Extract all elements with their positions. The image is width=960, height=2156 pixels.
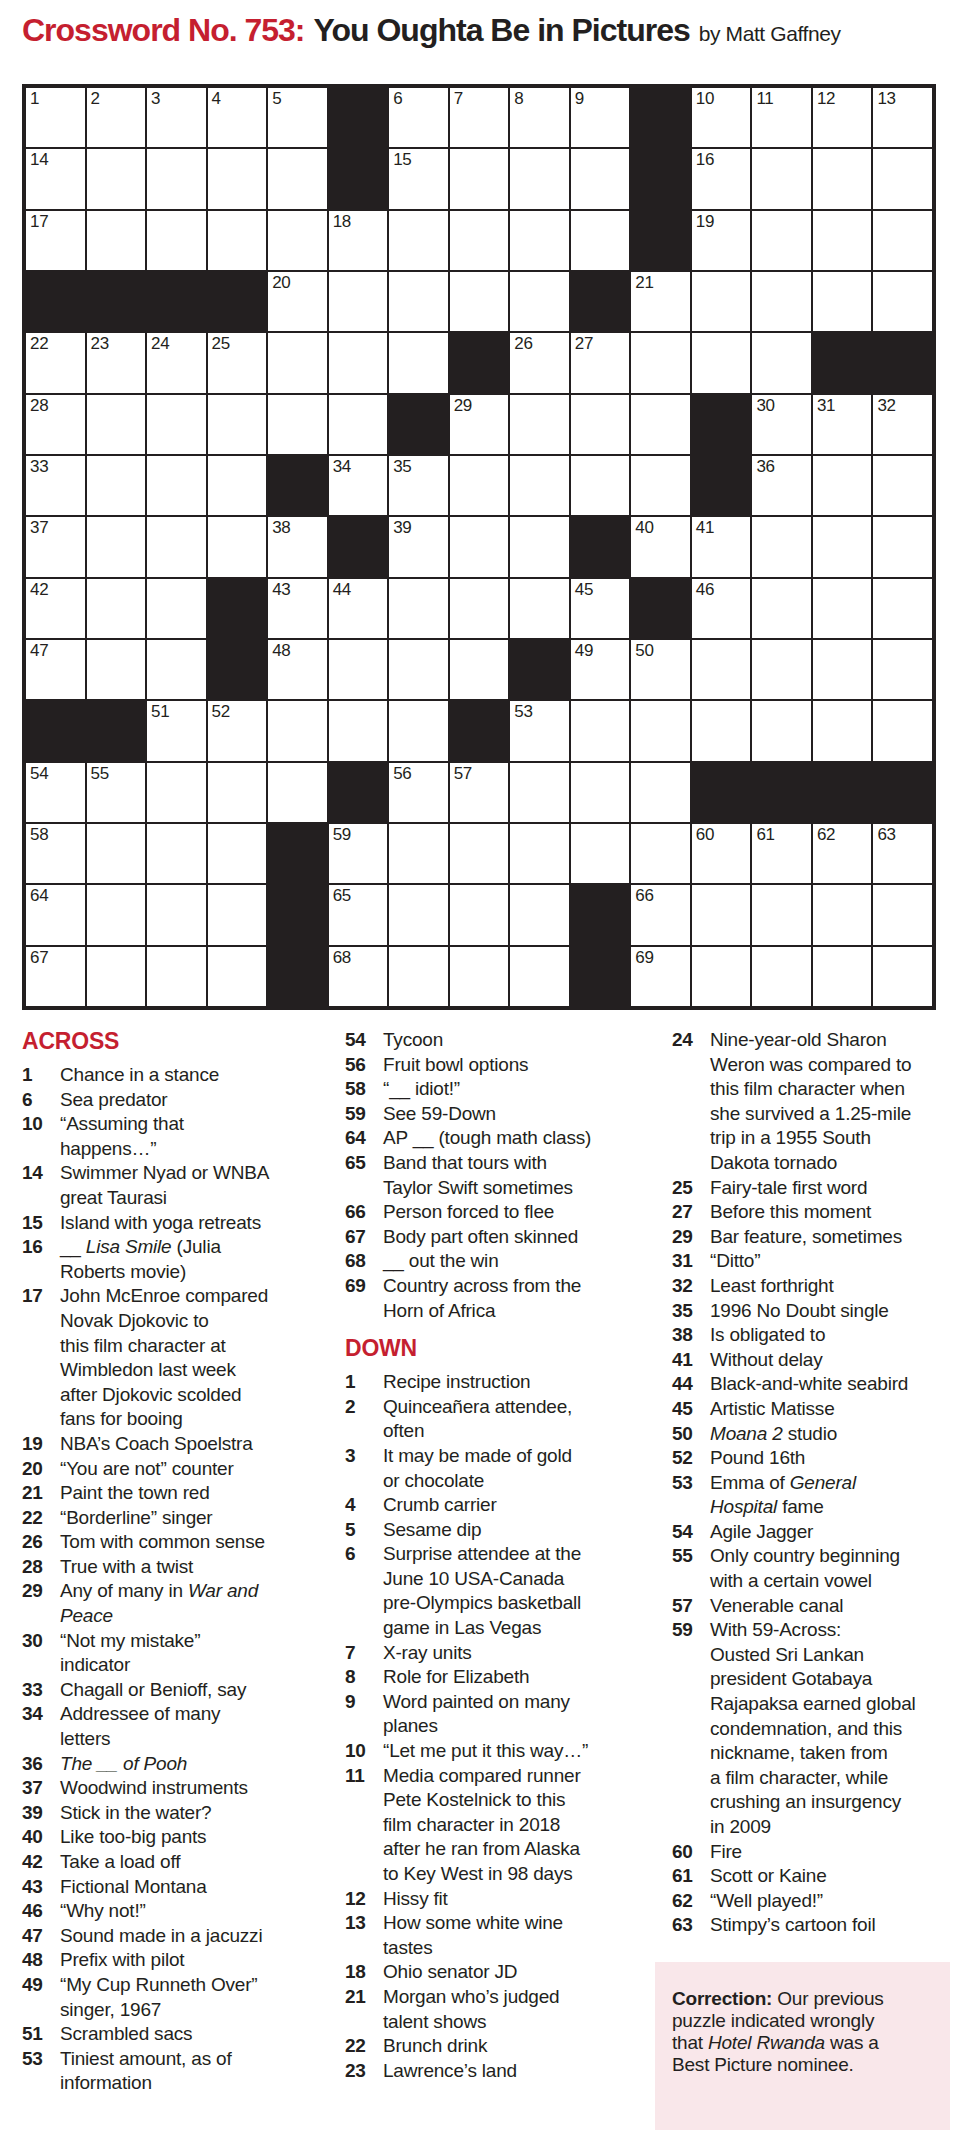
clue-text: Country across from the Horn of Africa <box>383 1274 660 1323</box>
grid-cell[interactable] <box>208 149 267 208</box>
grid-cell[interactable] <box>692 947 751 1006</box>
text: Quinceañera attendee, often <box>383 1396 572 1442</box>
grid-cell[interactable] <box>329 333 388 392</box>
cell-number: 18 <box>333 212 351 232</box>
grid-cell[interactable]: 43 <box>268 579 327 638</box>
grid-cell[interactable]: 16 <box>692 149 751 208</box>
clue-number: 13 <box>345 1911 383 1936</box>
grid-cell[interactable] <box>450 517 509 576</box>
grid-cell[interactable] <box>813 640 872 699</box>
text: John McEnroe compared Novak Djokovic to … <box>60 1285 268 1429</box>
clue-text: Like too-big pants <box>60 1825 334 1850</box>
text: Scrambled sacs <box>60 2023 192 2044</box>
grid-cell[interactable]: 56 <box>389 763 448 822</box>
grid-cell[interactable] <box>450 640 509 699</box>
grid-cell[interactable]: 68 <box>329 947 388 1006</box>
clue-number: 50 <box>672 1422 710 1447</box>
grid-cell[interactable] <box>147 395 206 454</box>
grid-cell[interactable]: 8 <box>510 88 569 147</box>
grid-cell[interactable] <box>87 640 146 699</box>
grid-cell[interactable]: 12 <box>813 88 872 147</box>
grid-cell[interactable] <box>510 395 569 454</box>
grid-cell[interactable]: 66 <box>631 885 690 944</box>
clue-number: 20 <box>22 1457 60 1482</box>
clue-number: 1 <box>345 1370 383 1395</box>
black-cell <box>268 885 327 944</box>
grid-cell[interactable] <box>329 395 388 454</box>
grid-cell[interactable] <box>87 579 146 638</box>
grid-cell[interactable] <box>389 333 448 392</box>
grid-cell[interactable]: 59 <box>329 824 388 883</box>
clue-across-30: 30“Not my mistake” indicator <box>22 1629 334 1678</box>
clue-text: Ohio senator JD <box>383 1960 660 1985</box>
grid-cell[interactable]: 31 <box>813 395 872 454</box>
grid-cell[interactable] <box>147 149 206 208</box>
clue-across-1: 1Chance in a stance <box>22 1063 334 1088</box>
clue-number: 52 <box>672 1446 710 1471</box>
clue-number: 15 <box>22 1211 60 1236</box>
grid-cell[interactable]: 40 <box>631 517 690 576</box>
grid-cell[interactable] <box>87 149 146 208</box>
grid-cell[interactable] <box>268 333 327 392</box>
grid-cell[interactable] <box>510 579 569 638</box>
grid-cell[interactable] <box>813 701 872 760</box>
cell-number: 36 <box>756 457 774 477</box>
grid-cell[interactable] <box>87 517 146 576</box>
grid-cell[interactable]: 26 <box>510 333 569 392</box>
grid-cell[interactable] <box>510 763 569 822</box>
grid-cell[interactable] <box>208 824 267 883</box>
grid-cell[interactable] <box>87 824 146 883</box>
clue-text: True with a twist <box>60 1555 334 1580</box>
grid-cell[interactable] <box>571 395 630 454</box>
grid-cell[interactable] <box>389 579 448 638</box>
clue-text: With 59-Across: Ousted Sri Lankan presid… <box>710 1618 957 1839</box>
grid-cell[interactable] <box>631 824 690 883</box>
cell-number: 33 <box>30 457 48 477</box>
grid-cell[interactable] <box>268 211 327 270</box>
grid-cell[interactable] <box>692 701 751 760</box>
clue-number: 4 <box>345 1493 383 1518</box>
grid-cell[interactable] <box>389 885 448 944</box>
grid-cell[interactable] <box>147 579 206 638</box>
grid-cell[interactable]: 7 <box>450 88 509 147</box>
grid-cell[interactable]: 48 <box>268 640 327 699</box>
page-header: Crossword No. 753: You Oughta Be in Pict… <box>22 12 841 49</box>
text: True with a twist <box>60 1556 193 1577</box>
grid-cell[interactable] <box>208 517 267 576</box>
byline: by Matt Gaffney <box>699 22 841 46</box>
grid-cell[interactable]: 58 <box>26 824 85 883</box>
grid-cell[interactable] <box>631 333 690 392</box>
grid-cell[interactable] <box>692 333 751 392</box>
grid-cell[interactable] <box>752 579 811 638</box>
grid-cell[interactable]: 17 <box>26 211 85 270</box>
clue-text: Before this moment <box>710 1200 957 1225</box>
grid-cell[interactable] <box>389 701 448 760</box>
grid-cell[interactable]: 64 <box>26 885 85 944</box>
black-cell <box>329 517 388 576</box>
clue-text: Fruit bowl options <box>383 1053 660 1078</box>
grid-cell[interactable]: 3 <box>147 88 206 147</box>
grid-cell[interactable] <box>692 640 751 699</box>
grid-cell[interactable] <box>389 947 448 1006</box>
grid-cell[interactable]: 25 <box>208 333 267 392</box>
grid-cell[interactable] <box>752 885 811 944</box>
text: Only country beginning with a certain vo… <box>710 1545 900 1591</box>
grid-cell[interactable] <box>752 640 811 699</box>
grid-cell[interactable] <box>147 947 206 1006</box>
cell-number: 59 <box>333 825 351 845</box>
grid-cell[interactable] <box>631 701 690 760</box>
grid-cell[interactable] <box>450 211 509 270</box>
grid-cell[interactable] <box>208 395 267 454</box>
clue-across-53: 53Tiniest amount, as of information <box>22 2047 334 2096</box>
grid-cell[interactable]: 65 <box>329 885 388 944</box>
grid-cell[interactable] <box>510 456 569 515</box>
grid-cell[interactable] <box>87 885 146 944</box>
clue-down-7: 7X-ray units <box>345 1641 660 1666</box>
grid-cell[interactable]: 36 <box>752 456 811 515</box>
grid-cell[interactable] <box>752 947 811 1006</box>
grid-cell[interactable] <box>692 885 751 944</box>
grid-cell[interactable]: 32 <box>873 395 932 454</box>
grid-cell[interactable] <box>268 395 327 454</box>
grid-cell[interactable]: 22 <box>26 333 85 392</box>
clue-down-4: 4Crumb carrier <box>345 1493 660 1518</box>
grid-cell[interactable]: 2 <box>87 88 146 147</box>
grid-cell[interactable] <box>813 579 872 638</box>
grid-cell[interactable]: 63 <box>873 824 932 883</box>
grid-cell[interactable]: 11 <box>752 88 811 147</box>
grid-cell[interactable] <box>813 211 872 270</box>
grid-cell[interactable]: 29 <box>450 395 509 454</box>
cell-number: 39 <box>393 518 411 538</box>
grid-cell[interactable] <box>873 701 932 760</box>
grid-cell[interactable]: 10 <box>692 88 751 147</box>
clue-number: 44 <box>672 1372 710 1397</box>
grid-cell[interactable] <box>813 947 872 1006</box>
grid-cell[interactable] <box>87 947 146 1006</box>
grid-cell[interactable]: 42 <box>26 579 85 638</box>
grid-cell[interactable]: 53 <box>510 701 569 760</box>
clue-number: 37 <box>22 1776 60 1801</box>
grid-cell[interactable] <box>389 211 448 270</box>
clue-across-54: 54Tycoon <box>345 1028 660 1053</box>
grid-cell[interactable]: 49 <box>571 640 630 699</box>
black-cell <box>571 517 630 576</box>
clue-down-63: 63Stimpy’s cartoon foil <box>672 1913 957 1938</box>
grid-cell[interactable] <box>631 763 690 822</box>
grid-cell[interactable]: 15 <box>389 149 448 208</box>
text: Without delay <box>710 1349 823 1370</box>
grid-cell[interactable] <box>450 885 509 944</box>
grid-cell[interactable]: 35 <box>389 456 448 515</box>
cell-number: 64 <box>30 886 48 906</box>
grid-cell[interactable] <box>571 701 630 760</box>
grid-cell[interactable] <box>268 149 327 208</box>
clue-across-36: 36The __ of Pooh <box>22 1752 334 1777</box>
cell-number: 67 <box>30 948 48 968</box>
clue-down-23: 23Lawrence’s land <box>345 2059 660 2084</box>
grid-cell[interactable] <box>752 333 811 392</box>
grid-cell[interactable] <box>510 211 569 270</box>
grid-cell[interactable] <box>873 885 932 944</box>
grid-cell[interactable] <box>631 395 690 454</box>
text: Lawrence’s land <box>383 2060 517 2081</box>
grid-cell[interactable] <box>208 211 267 270</box>
clue-number: 61 <box>672 1864 710 1889</box>
grid-cell[interactable]: 47 <box>26 640 85 699</box>
grid-cell[interactable] <box>147 517 206 576</box>
grid-cell[interactable]: 69 <box>631 947 690 1006</box>
text: AP __ (tough math class) <box>383 1127 591 1148</box>
grid-cell[interactable] <box>208 763 267 822</box>
grid-cell[interactable]: 28 <box>26 395 85 454</box>
grid-cell[interactable]: 51 <box>147 701 206 760</box>
clues-column-1: ACROSS1Chance in a stance6Sea predator10… <box>22 1028 334 2096</box>
clue-number: 31 <box>672 1249 710 1274</box>
grid-cell[interactable] <box>571 763 630 822</box>
text: Paint the town red <box>60 1482 210 1503</box>
across-down-clue-list: 54Tycoon56Fruit bowl options58“__ idiot!… <box>345 1028 660 2083</box>
grid-cell[interactable]: 37 <box>26 517 85 576</box>
clue-down-13: 13How some white wine tastes <box>345 1911 660 1960</box>
clue-text: Any of many in War and Peace <box>60 1579 334 1628</box>
grid-cell[interactable] <box>873 149 932 208</box>
grid-cell[interactable] <box>147 211 206 270</box>
grid-cell[interactable]: 41 <box>692 517 751 576</box>
clue-number: 10 <box>22 1112 60 1137</box>
clue-text: “Why not!” <box>60 1899 334 1924</box>
grid-cell[interactable] <box>329 272 388 331</box>
clue-number: 8 <box>345 1665 383 1690</box>
grid-cell[interactable] <box>873 579 932 638</box>
cell-number: 42 <box>30 580 48 600</box>
grid-cell[interactable] <box>752 517 811 576</box>
clue-across-17: 17John McEnroe compared Novak Djokovic t… <box>22 1284 334 1432</box>
grid-cell[interactable] <box>87 456 146 515</box>
grid-cell[interactable]: 20 <box>268 272 327 331</box>
grid-cell[interactable]: 23 <box>87 333 146 392</box>
grid-cell[interactable]: 57 <box>450 763 509 822</box>
grid-cell[interactable] <box>571 456 630 515</box>
cell-number: 30 <box>756 396 774 416</box>
grid-cell[interactable]: 13 <box>873 88 932 147</box>
cell-number: 11 <box>756 89 773 109</box>
clue-across-64: 64AP __ (tough math class) <box>345 1126 660 1151</box>
grid-cell[interactable] <box>873 640 932 699</box>
grid-cell[interactable]: 55 <box>87 763 146 822</box>
grid-cell[interactable]: 19 <box>692 211 751 270</box>
grid-cell[interactable]: 60 <box>692 824 751 883</box>
grid-cell[interactable] <box>329 701 388 760</box>
grid-cell[interactable] <box>752 272 811 331</box>
grid-cell[interactable] <box>208 947 267 1006</box>
clue-across-33: 33Chagall or Benioff, say <box>22 1678 334 1703</box>
clue-across-28: 28True with a twist <box>22 1555 334 1580</box>
grid-cell[interactable]: 4 <box>208 88 267 147</box>
clue-number: 22 <box>22 1506 60 1531</box>
grid-cell[interactable] <box>571 824 630 883</box>
clue-number: 9 <box>345 1690 383 1715</box>
text: Role for Elizabeth <box>383 1666 529 1687</box>
clue-number: 27 <box>672 1200 710 1225</box>
grid-cell[interactable] <box>147 456 206 515</box>
grid-cell[interactable]: 9 <box>571 88 630 147</box>
grid-cell[interactable]: 62 <box>813 824 872 883</box>
grid-cell[interactable]: 5 <box>268 88 327 147</box>
clue-number: 21 <box>22 1481 60 1506</box>
cell-number: 2 <box>91 89 100 109</box>
black-cell <box>571 885 630 944</box>
text: Sea predator <box>60 1089 167 1110</box>
grid-cell[interactable] <box>208 456 267 515</box>
grid-cell[interactable]: 6 <box>389 88 448 147</box>
grid-cell[interactable] <box>450 579 509 638</box>
grid-cell[interactable] <box>268 701 327 760</box>
grid-cell[interactable] <box>510 947 569 1006</box>
grid-cell[interactable] <box>510 272 569 331</box>
grid-cell[interactable] <box>813 456 872 515</box>
cell-number: 56 <box>393 764 411 784</box>
clue-text: Scott or Kaine <box>710 1864 957 1889</box>
grid-cell[interactable] <box>873 517 932 576</box>
grid-cell[interactable]: 45 <box>571 579 630 638</box>
clue-across-39: 39Stick in the water? <box>22 1801 334 1826</box>
clue-down-6: 6Surprise attendee at the June 10 USA-Ca… <box>345 1542 660 1640</box>
grid-cell[interactable] <box>450 272 509 331</box>
grid-cell[interactable] <box>147 640 206 699</box>
grid-cell[interactable] <box>147 763 206 822</box>
clue-text: How some white wine tastes <box>383 1911 660 1960</box>
grid-cell[interactable] <box>510 885 569 944</box>
grid-cell[interactable] <box>873 211 932 270</box>
grid-cell[interactable] <box>147 885 206 944</box>
black-cell <box>571 947 630 1006</box>
text: It may be made of gold or chocolate <box>383 1445 572 1491</box>
clue-number: 55 <box>672 1544 710 1569</box>
grid-cell[interactable] <box>510 149 569 208</box>
grid-cell[interactable]: 14 <box>26 149 85 208</box>
grid-cell[interactable] <box>389 640 448 699</box>
clue-text: Fire <box>710 1840 957 1865</box>
grid-cell[interactable]: 24 <box>147 333 206 392</box>
italic-text: Hotel Rwanda <box>708 2032 825 2053</box>
puzzle-title: You Oughta Be in Pictures <box>314 12 690 49</box>
grid-cell[interactable] <box>752 701 811 760</box>
grid-cell[interactable] <box>873 456 932 515</box>
grid-cell[interactable]: 34 <box>329 456 388 515</box>
grid-cell[interactable] <box>450 824 509 883</box>
grid-cell[interactable] <box>813 517 872 576</box>
grid-cell[interactable]: 46 <box>692 579 751 638</box>
cell-number: 69 <box>635 948 653 968</box>
grid-cell[interactable] <box>87 395 146 454</box>
grid-cell[interactable] <box>329 640 388 699</box>
grid-cell[interactable]: 21 <box>631 272 690 331</box>
clue-down-21: 21Morgan who’s judged talent shows <box>345 1985 660 2034</box>
cell-number: 12 <box>817 89 835 109</box>
grid-cell[interactable] <box>450 149 509 208</box>
grid-cell[interactable]: 67 <box>26 947 85 1006</box>
grid-cell[interactable]: 18 <box>329 211 388 270</box>
grid-cell[interactable] <box>389 824 448 883</box>
grid-cell[interactable]: 39 <box>389 517 448 576</box>
clue-down-9: 9Word painted on many planes <box>345 1690 660 1739</box>
grid-cell[interactable] <box>873 947 932 1006</box>
grid-cell[interactable]: 27 <box>571 333 630 392</box>
clue-text: Hissy fit <box>383 1887 660 1912</box>
grid-cell[interactable]: 50 <box>631 640 690 699</box>
grid-cell[interactable] <box>510 517 569 576</box>
clue-down-38: 38Is obligated to <box>672 1323 957 1348</box>
text: Fictional Montana <box>60 1876 207 1897</box>
clue-text: “Ditto” <box>710 1249 957 1274</box>
grid-cell[interactable] <box>389 272 448 331</box>
grid-cell[interactable] <box>268 763 327 822</box>
grid-cell[interactable] <box>813 149 872 208</box>
grid-cell[interactable]: 44 <box>329 579 388 638</box>
grid-cell[interactable]: 52 <box>208 701 267 760</box>
grid-cell[interactable]: 33 <box>26 456 85 515</box>
clue-number: 54 <box>345 1028 383 1053</box>
grid-cell[interactable] <box>692 272 751 331</box>
clue-text: Addressee of many letters <box>60 1702 334 1751</box>
puzzle-number: Crossword No. 753: <box>22 12 305 49</box>
text: Chagall or Benioff, say <box>60 1679 246 1700</box>
clue-number: 25 <box>672 1176 710 1201</box>
grid-cell[interactable] <box>813 885 872 944</box>
clue-down-54: 54Agile Jagger <box>672 1520 957 1545</box>
grid-cell[interactable] <box>450 456 509 515</box>
clue-number: 3 <box>345 1444 383 1469</box>
text: See 59-Down <box>383 1103 496 1124</box>
grid-cell[interactable]: 61 <box>752 824 811 883</box>
grid-cell[interactable]: 1 <box>26 88 85 147</box>
clue-text: Crumb carrier <box>383 1493 660 1518</box>
grid-cell[interactable]: 54 <box>26 763 85 822</box>
grid-cell[interactable] <box>571 149 630 208</box>
clue-number: 7 <box>345 1641 383 1666</box>
grid-cell[interactable] <box>752 211 811 270</box>
grid-cell[interactable] <box>631 456 690 515</box>
grid-cell[interactable] <box>147 824 206 883</box>
text: Country across from the Horn of Africa <box>383 1275 581 1321</box>
grid-cell[interactable] <box>208 885 267 944</box>
clue-down-31: 31“Ditto” <box>672 1249 957 1274</box>
grid-cell[interactable] <box>873 272 932 331</box>
clue-number: 22 <box>345 2034 383 2059</box>
grid-cell[interactable] <box>752 149 811 208</box>
text: Band that tours with Taylor Swift someti… <box>383 1152 573 1198</box>
grid-cell[interactable] <box>87 211 146 270</box>
grid-cell[interactable] <box>510 824 569 883</box>
clue-number: 64 <box>345 1126 383 1151</box>
clue-text: Moana 2 studio <box>710 1422 957 1447</box>
bold-text: Correction: <box>672 1988 772 2009</box>
grid-cell[interactable] <box>813 272 872 331</box>
grid-cell[interactable]: 30 <box>752 395 811 454</box>
grid-cell[interactable] <box>571 211 630 270</box>
clue-number: 40 <box>22 1825 60 1850</box>
clue-across-40: 40Like too-big pants <box>22 1825 334 1850</box>
italic-text: Lisa Smile <box>86 1236 172 1257</box>
text: Sound made in a jacuzzi <box>60 1925 262 1946</box>
grid-cell[interactable] <box>450 947 509 1006</box>
grid-cell[interactable]: 38 <box>268 517 327 576</box>
text: Brunch drink <box>383 2035 487 2056</box>
